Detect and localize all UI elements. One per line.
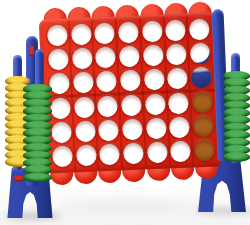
cell-c5-r1[interactable] <box>140 19 165 44</box>
hole-c3-r3 <box>96 71 117 93</box>
hole-c3-r6 <box>99 144 120 166</box>
cell-c3-r5[interactable] <box>96 118 121 143</box>
cell-c6-r3[interactable] <box>165 66 190 91</box>
cell-c3-r1[interactable] <box>92 21 117 46</box>
cell-c2-r2[interactable] <box>70 46 95 71</box>
hole-c7-r1 <box>189 18 210 40</box>
cell-c1-r1[interactable] <box>45 23 70 48</box>
cell-c6-r6[interactable] <box>168 139 193 164</box>
giant-connect-four-set <box>0 0 250 225</box>
cell-c7-r6[interactable] <box>192 138 217 163</box>
hole-c2-r3 <box>73 72 94 94</box>
cell-c5-r5[interactable] <box>144 116 169 141</box>
cell-c6-r1[interactable] <box>163 18 188 43</box>
hole-c5-r1 <box>142 20 163 42</box>
cell-c5-r3[interactable] <box>142 67 167 92</box>
hole-c1-r2 <box>48 49 69 71</box>
cell-c4-r5[interactable] <box>120 117 145 142</box>
hole-c6-r1 <box>165 19 186 41</box>
cell-c4-r3[interactable] <box>118 68 143 93</box>
hole-c1-r1 <box>47 24 68 46</box>
hole-c4-r5 <box>122 119 143 141</box>
hole-c5-r4 <box>145 93 166 115</box>
hole-c2-r5 <box>75 120 96 142</box>
hole-c7-r6 <box>194 140 215 162</box>
cell-c4-r6[interactable] <box>121 141 146 166</box>
hole-c1-r3 <box>49 73 70 95</box>
hole-c5-r5 <box>146 118 167 140</box>
hole-c2-r1 <box>71 23 92 45</box>
cell-c4-r2[interactable] <box>117 44 142 69</box>
cell-c7-r3[interactable] <box>189 65 214 90</box>
cell-c2-r3[interactable] <box>71 70 96 95</box>
cell-c3-r3[interactable] <box>94 69 119 94</box>
cell-c1-r5[interactable] <box>49 120 74 145</box>
cell-c3-r4[interactable] <box>95 93 120 118</box>
cell-c2-r1[interactable] <box>69 22 94 47</box>
red-latch-clip <box>29 46 34 56</box>
hole-c1-r4 <box>50 97 71 119</box>
cell-c5-r4[interactable] <box>143 91 168 116</box>
hole-c4-r3 <box>120 70 141 92</box>
cell-c2-r4[interactable] <box>72 94 97 119</box>
hole-c6-r2 <box>166 44 187 66</box>
hole-c7-r5 <box>193 116 214 138</box>
hole-c4-r4 <box>121 94 142 116</box>
cell-c4-r4[interactable] <box>119 92 144 117</box>
hole-c6-r5 <box>169 117 190 139</box>
hole-c6-r3 <box>167 68 188 90</box>
hole-c3-r2 <box>95 47 116 69</box>
hole-c2-r4 <box>74 96 95 118</box>
cell-c5-r6[interactable] <box>145 140 170 165</box>
cell-c1-r2[interactable] <box>46 47 71 72</box>
hole-c2-r2 <box>72 48 93 70</box>
cell-c7-r1[interactable] <box>187 17 212 42</box>
hole-c7-r4 <box>192 91 213 113</box>
hole-c5-r2 <box>143 45 164 67</box>
hole-c6-r4 <box>168 92 189 114</box>
hole-c4-r2 <box>119 46 140 68</box>
green-ring <box>223 152 250 162</box>
hole-c7-r2 <box>190 43 211 65</box>
cell-c3-r2[interactable] <box>93 45 118 70</box>
hole-c1-r6 <box>52 146 73 168</box>
hole-c3-r4 <box>97 95 118 117</box>
cell-c6-r2[interactable] <box>164 42 189 67</box>
red-leg-clip <box>14 176 23 181</box>
hole-c5-r3 <box>144 69 165 91</box>
hole-c5-r6 <box>147 142 168 164</box>
cell-c7-r2[interactable] <box>188 41 213 66</box>
cell-c3-r6[interactable] <box>97 142 122 167</box>
cell-c7-r4[interactable] <box>190 89 215 114</box>
cell-c6-r4[interactable] <box>166 90 191 115</box>
hole-c1-r5 <box>51 121 72 143</box>
cell-c1-r6[interactable] <box>50 144 75 169</box>
hole-c2-r6 <box>76 145 97 167</box>
board-grid <box>45 17 217 170</box>
right-green-ring-stack <box>223 71 250 160</box>
cell-c2-r5[interactable] <box>73 119 98 144</box>
cell-c6-r5[interactable] <box>167 115 192 140</box>
left-green-ring-stack <box>23 84 52 180</box>
hole-c3-r5 <box>98 119 119 141</box>
hole-c4-r1 <box>118 21 139 43</box>
hole-c4-r6 <box>123 143 144 165</box>
hole-c3-r1 <box>94 22 115 44</box>
cell-c7-r5[interactable] <box>191 114 216 139</box>
cell-c5-r2[interactable] <box>141 43 166 68</box>
hole-c7-r3 <box>191 67 212 89</box>
cell-c4-r1[interactable] <box>116 20 141 45</box>
hole-c6-r6 <box>170 141 191 163</box>
cell-c2-r6[interactable] <box>74 143 99 168</box>
